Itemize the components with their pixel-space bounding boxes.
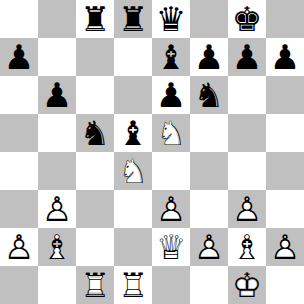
square-d7[interactable] xyxy=(114,38,152,76)
square-c1[interactable]: ♜♖ xyxy=(76,266,114,304)
piece-glyph-outline: ♘ xyxy=(114,152,152,190)
piece-black-bishop[interactable]: ♝ xyxy=(114,114,152,152)
piece-black-pawn[interactable]: ♟ xyxy=(228,38,266,76)
piece-white-rook[interactable]: ♜♖ xyxy=(76,266,114,304)
piece-white-rook[interactable]: ♜♖ xyxy=(114,266,152,304)
square-e5[interactable]: ♞♘ xyxy=(152,114,190,152)
piece-white-knight[interactable]: ♞♘ xyxy=(114,152,152,190)
square-d1[interactable]: ♜♖ xyxy=(114,266,152,304)
square-f2[interactable]: ♟♙ xyxy=(190,228,228,266)
square-a8[interactable] xyxy=(0,0,38,38)
piece-black-pawn[interactable]: ♟ xyxy=(0,38,38,76)
square-h3[interactable] xyxy=(266,190,304,228)
piece-black-bishop[interactable]: ♝ xyxy=(152,38,190,76)
square-a3[interactable] xyxy=(0,190,38,228)
piece-black-rook[interactable]: ♜ xyxy=(114,0,152,38)
piece-glyph-outline: ♙ xyxy=(38,190,76,228)
piece-glyph-outline: ♙ xyxy=(190,228,228,266)
square-b7[interactable] xyxy=(38,38,76,76)
square-d6[interactable] xyxy=(114,76,152,114)
square-e2[interactable]: ♛♕ xyxy=(152,228,190,266)
square-b3[interactable]: ♟♙ xyxy=(38,190,76,228)
piece-glyph-outline: ♙ xyxy=(228,190,266,228)
piece-white-bishop[interactable]: ♝♗ xyxy=(38,228,76,266)
square-a2[interactable]: ♟♙ xyxy=(0,228,38,266)
piece-black-pawn[interactable]: ♟ xyxy=(266,38,304,76)
piece-black-rook[interactable]: ♜ xyxy=(76,0,114,38)
square-g1[interactable]: ♚♔ xyxy=(228,266,266,304)
square-h7[interactable]: ♟ xyxy=(266,38,304,76)
square-e4[interactable] xyxy=(152,152,190,190)
piece-white-queen[interactable]: ♛♕ xyxy=(152,228,190,266)
piece-white-pawn[interactable]: ♟♙ xyxy=(228,190,266,228)
square-d3[interactable] xyxy=(114,190,152,228)
piece-black-pawn[interactable]: ♟ xyxy=(190,38,228,76)
square-d2[interactable] xyxy=(114,228,152,266)
piece-glyph-outline: ♙ xyxy=(266,228,304,266)
square-f8[interactable] xyxy=(190,0,228,38)
piece-glyph-outline: ♖ xyxy=(114,266,152,304)
piece-black-knight[interactable]: ♞ xyxy=(190,76,228,114)
square-h5[interactable] xyxy=(266,114,304,152)
square-f5[interactable] xyxy=(190,114,228,152)
square-a6[interactable] xyxy=(0,76,38,114)
square-d5[interactable]: ♝ xyxy=(114,114,152,152)
square-f4[interactable] xyxy=(190,152,228,190)
piece-glyph-outline: ♗ xyxy=(38,228,76,266)
square-b8[interactable] xyxy=(38,0,76,38)
square-h6[interactable] xyxy=(266,76,304,114)
square-f1[interactable] xyxy=(190,266,228,304)
square-h1[interactable] xyxy=(266,266,304,304)
square-c2[interactable] xyxy=(76,228,114,266)
piece-glyph-outline: ♔ xyxy=(228,266,266,304)
chess-board-window: ♜♜♛♚♟♝♟♟♟♟♟♞♞♝♞♘♞♘♟♙♟♙♟♙♟♙♝♗♛♕♟♙♝♗♟♙♜♖♜♖… xyxy=(0,0,304,304)
piece-white-pawn[interactable]: ♟♙ xyxy=(266,228,304,266)
square-e1[interactable] xyxy=(152,266,190,304)
piece-black-queen[interactable]: ♛ xyxy=(152,0,190,38)
square-h8[interactable] xyxy=(266,0,304,38)
square-c8[interactable]: ♜ xyxy=(76,0,114,38)
square-g3[interactable]: ♟♙ xyxy=(228,190,266,228)
piece-glyph-outline: ♘ xyxy=(152,114,190,152)
square-e7[interactable]: ♝ xyxy=(152,38,190,76)
square-e8[interactable]: ♛ xyxy=(152,0,190,38)
chess-board: ♜♜♛♚♟♝♟♟♟♟♟♞♞♝♞♘♞♘♟♙♟♙♟♙♟♙♝♗♛♕♟♙♝♗♟♙♜♖♜♖… xyxy=(0,0,304,304)
piece-white-pawn[interactable]: ♟♙ xyxy=(152,190,190,228)
square-b1[interactable] xyxy=(38,266,76,304)
piece-black-pawn[interactable]: ♟ xyxy=(38,76,76,114)
piece-black-knight[interactable]: ♞ xyxy=(76,114,114,152)
piece-white-knight[interactable]: ♞♘ xyxy=(152,114,190,152)
square-e3[interactable]: ♟♙ xyxy=(152,190,190,228)
square-b4[interactable] xyxy=(38,152,76,190)
piece-white-pawn[interactable]: ♟♙ xyxy=(190,228,228,266)
square-f6[interactable]: ♞ xyxy=(190,76,228,114)
square-a4[interactable] xyxy=(0,152,38,190)
piece-white-bishop[interactable]: ♝♗ xyxy=(228,228,266,266)
piece-white-pawn[interactable]: ♟♙ xyxy=(0,228,38,266)
square-d8[interactable]: ♜ xyxy=(114,0,152,38)
square-d4[interactable]: ♞♘ xyxy=(114,152,152,190)
piece-black-king[interactable]: ♚ xyxy=(228,0,266,38)
square-g4[interactable] xyxy=(228,152,266,190)
square-a7[interactable]: ♟ xyxy=(0,38,38,76)
square-g8[interactable]: ♚ xyxy=(228,0,266,38)
square-c6[interactable] xyxy=(76,76,114,114)
square-g6[interactable] xyxy=(228,76,266,114)
piece-glyph-outline: ♖ xyxy=(76,266,114,304)
square-c4[interactable] xyxy=(76,152,114,190)
piece-glyph-outline: ♙ xyxy=(0,228,38,266)
piece-black-pawn[interactable]: ♟ xyxy=(152,76,190,114)
square-f7[interactable]: ♟ xyxy=(190,38,228,76)
piece-glyph-outline: ♙ xyxy=(152,190,190,228)
square-g7[interactable]: ♟ xyxy=(228,38,266,76)
square-c7[interactable] xyxy=(76,38,114,76)
piece-white-pawn[interactable]: ♟♙ xyxy=(38,190,76,228)
square-h4[interactable] xyxy=(266,152,304,190)
square-b5[interactable] xyxy=(38,114,76,152)
square-f3[interactable] xyxy=(190,190,228,228)
piece-glyph-outline: ♗ xyxy=(228,228,266,266)
square-e6[interactable]: ♟ xyxy=(152,76,190,114)
square-a1[interactable] xyxy=(0,266,38,304)
square-c3[interactable] xyxy=(76,190,114,228)
square-h2[interactable]: ♟♙ xyxy=(266,228,304,266)
square-g5[interactable] xyxy=(228,114,266,152)
square-g2[interactable]: ♝♗ xyxy=(228,228,266,266)
square-c5[interactable]: ♞ xyxy=(76,114,114,152)
square-a5[interactable] xyxy=(0,114,38,152)
square-b2[interactable]: ♝♗ xyxy=(38,228,76,266)
piece-glyph-outline: ♕ xyxy=(152,228,190,266)
square-b6[interactable]: ♟ xyxy=(38,76,76,114)
piece-white-king[interactable]: ♚♔ xyxy=(228,266,266,304)
